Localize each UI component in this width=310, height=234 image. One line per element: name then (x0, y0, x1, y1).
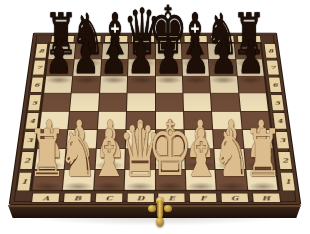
square-d3[interactable] (126, 130, 154, 149)
square-b5[interactable] (70, 93, 98, 110)
square-d8[interactable] (129, 44, 155, 59)
square-c8[interactable] (102, 44, 128, 59)
square-b6[interactable] (72, 76, 100, 93)
square-a8[interactable] (48, 44, 75, 59)
file-label-bottom-c: C (96, 194, 123, 202)
square-e6[interactable] (155, 76, 182, 93)
square-e8[interactable] (155, 44, 181, 59)
chess-board: AA11BB22CC33DD44EE55FF66GG77HH88 (9, 33, 302, 205)
file-label-top-d: D (132, 36, 154, 42)
square-h2[interactable] (244, 149, 275, 168)
board-squares (31, 43, 278, 190)
square-a7[interactable] (46, 60, 74, 76)
rank-label-right-5: 5 (271, 95, 284, 110)
clasp-knob-icon (156, 217, 164, 227)
square-a3[interactable] (37, 130, 67, 149)
rank-label-left-7: 7 (33, 61, 45, 75)
square-d7[interactable] (128, 60, 154, 76)
square-a5[interactable] (42, 93, 71, 110)
rank-label-right-4: 4 (273, 113, 286, 129)
playing-area-frame (30, 42, 280, 191)
square-g8[interactable] (208, 44, 235, 59)
square-c2[interactable] (95, 149, 125, 168)
square-g3[interactable] (213, 130, 243, 149)
square-b2[interactable] (65, 149, 95, 168)
square-d4[interactable] (127, 111, 155, 129)
file-label-top-b: B (78, 36, 101, 42)
rank-label-left-6: 6 (31, 77, 44, 92)
file-label-top-h: H (237, 36, 260, 42)
square-a1[interactable] (33, 169, 65, 189)
square-e5[interactable] (155, 93, 182, 110)
clasp-right-wing-icon (164, 205, 172, 212)
square-b4[interactable] (69, 111, 98, 129)
square-c5[interactable] (99, 93, 127, 110)
square-g2[interactable] (215, 149, 245, 168)
square-d1[interactable] (125, 169, 155, 189)
rank-label-right-8: 8 (265, 44, 277, 57)
file-label-top-f: F (185, 36, 207, 42)
square-f8[interactable] (182, 44, 208, 59)
square-e4[interactable] (156, 111, 184, 129)
square-g5[interactable] (211, 93, 239, 110)
square-e1[interactable] (156, 169, 186, 189)
file-label-top-c: C (105, 36, 127, 42)
rank-label-left-2: 2 (20, 152, 34, 169)
file-label-bottom-f: F (190, 194, 217, 202)
square-c1[interactable] (94, 169, 124, 189)
square-d6[interactable] (128, 76, 155, 93)
rank-label-left-3: 3 (23, 132, 36, 148)
square-h7[interactable] (236, 60, 264, 76)
square-f7[interactable] (182, 60, 209, 76)
square-b3[interactable] (67, 130, 97, 149)
brass-clasp (146, 198, 174, 230)
square-f5[interactable] (183, 93, 211, 110)
square-h6[interactable] (237, 76, 265, 93)
square-c7[interactable] (101, 60, 128, 76)
file-label-bottom-h: H (253, 194, 280, 202)
rank-label-left-4: 4 (26, 113, 39, 129)
square-c3[interactable] (96, 130, 125, 149)
square-c6[interactable] (100, 76, 127, 93)
square-f3[interactable] (184, 130, 213, 149)
square-a2[interactable] (35, 149, 66, 168)
chess-set-photo: AA11BB22CC33DD44EE55FF66GG77HH88 ♜♞♝♛♚♝♞… (0, 0, 310, 234)
file-label-top-a: A (52, 36, 75, 42)
square-g7[interactable] (209, 60, 236, 76)
rank-label-left-8: 8 (35, 44, 47, 57)
square-b7[interactable] (74, 60, 101, 76)
rank-label-right-2: 2 (278, 152, 292, 169)
square-f4[interactable] (184, 111, 212, 129)
rank-label-right-3: 3 (276, 132, 289, 148)
square-d2[interactable] (125, 149, 154, 168)
rank-label-left-1: 1 (17, 172, 31, 190)
square-h8[interactable] (234, 44, 261, 59)
square-d5[interactable] (127, 93, 154, 110)
square-g6[interactable] (210, 76, 238, 93)
file-label-bottom-b: B (64, 194, 91, 202)
square-b8[interactable] (75, 44, 102, 59)
file-label-top-e: E (158, 36, 180, 42)
square-b1[interactable] (63, 169, 94, 189)
square-e3[interactable] (156, 130, 184, 149)
square-h5[interactable] (239, 93, 268, 110)
square-f1[interactable] (186, 169, 216, 189)
clasp-bar-icon (157, 201, 163, 218)
clasp-left-wing-icon (148, 205, 156, 212)
square-g4[interactable] (212, 111, 241, 129)
rank-label-right-6: 6 (269, 77, 282, 92)
rank-label-left-5: 5 (28, 95, 41, 110)
square-g1[interactable] (216, 169, 247, 189)
file-label-top-g: G (211, 36, 234, 42)
square-e2[interactable] (156, 149, 185, 168)
square-c4[interactable] (98, 111, 126, 129)
square-h4[interactable] (241, 111, 271, 129)
square-h1[interactable] (246, 169, 278, 189)
square-f6[interactable] (183, 76, 210, 93)
square-a4[interactable] (40, 111, 70, 129)
file-label-bottom-g: G (221, 194, 248, 202)
square-h3[interactable] (242, 130, 272, 149)
square-a6[interactable] (44, 76, 72, 93)
rank-label-right-7: 7 (267, 61, 279, 75)
square-e7[interactable] (155, 60, 181, 76)
square-f2[interactable] (185, 149, 215, 168)
rank-label-right-1: 1 (281, 172, 295, 190)
file-label-bottom-a: A (33, 194, 60, 202)
